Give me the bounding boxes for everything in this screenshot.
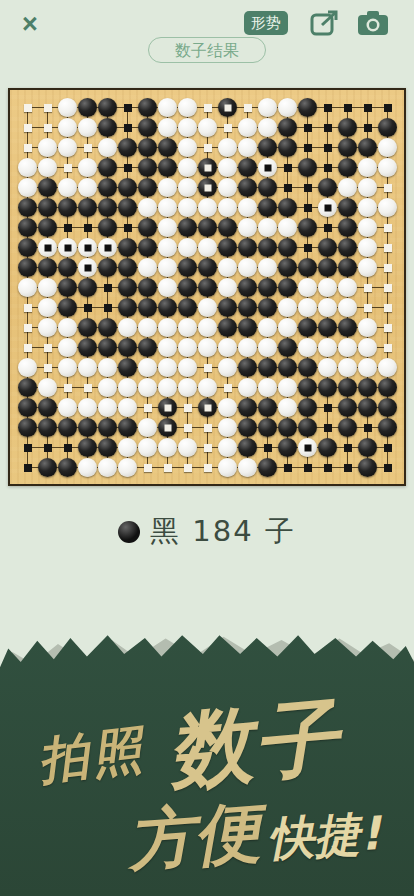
black-stone [238,398,257,417]
white-territory-marker [184,424,192,432]
black-stone [278,118,297,137]
white-stone [338,358,357,377]
white-territory-marker [64,164,72,172]
black-stone [98,98,117,117]
black-territory-marker [304,124,312,132]
white-territory-marker [204,444,212,452]
black-stone [318,178,337,197]
white-stone [178,238,197,257]
white-territory-marker [84,144,92,152]
white-stone [358,218,377,237]
black-stone [78,418,97,437]
white-territory-marker [64,384,72,392]
white-territory-marker [164,464,172,472]
white-stone [178,338,197,357]
black-stone [338,118,357,137]
white-stone [178,178,197,197]
black-stone [298,258,317,277]
black-stone [258,358,277,377]
black-stone [218,238,237,257]
white-stone [178,378,197,397]
white-stone [98,398,117,417]
black-stone [358,458,377,477]
white-stone [58,318,77,337]
white-stone [238,458,257,477]
white-stone [278,318,297,337]
black-stone [378,398,397,417]
white-stone [258,118,277,137]
black-stone [118,298,137,317]
black-stone [98,418,117,437]
black-territory-marker [44,444,52,452]
black-stone [378,418,397,437]
white-stone [158,98,177,117]
black-stone [358,398,377,417]
black-stone [198,218,217,237]
white-stone [78,398,97,417]
white-stone [358,178,377,197]
black-territory-marker [324,164,332,172]
black-stone [158,158,177,177]
white-stone [218,258,237,277]
black-stone [218,318,237,337]
white-stone [138,378,157,397]
white-stone [158,198,177,217]
white-stone [358,318,377,337]
black-stone [38,418,57,437]
white-stone [218,418,237,437]
white-stone [118,318,137,337]
white-stone [78,118,97,137]
black-stone [358,378,377,397]
black-territory-marker [324,464,332,472]
white-stone [378,138,397,157]
white-stone [358,358,377,377]
black-stone [118,138,137,157]
black-stone [238,158,257,177]
black-stone [58,298,77,317]
white-stone [238,118,257,137]
white-territory-marker [184,464,192,472]
white-territory-marker [84,384,92,392]
black-stone [378,378,397,397]
white-territory-marker [384,284,392,292]
white-territory-marker [204,104,212,112]
black-stone [138,338,157,357]
white-stone [58,98,77,117]
black-territory-marker [324,104,332,112]
promo-word-1: 拍照 [34,716,149,796]
black-stone [338,258,357,277]
black-territory-marker [104,304,112,312]
white-stone [158,238,177,257]
black-stone [58,278,77,297]
white-territory-marker [144,404,152,412]
white-stone [278,398,297,417]
black-stone [118,358,137,377]
white-stone [118,378,137,397]
black-stone [318,378,337,397]
black-territory-marker [344,104,352,112]
white-stone [258,338,277,357]
white-territory-marker [384,264,392,272]
white-stone [218,438,237,457]
white-stone [198,318,217,337]
black-stone [98,218,117,237]
black-stone [278,278,297,297]
white-territory-marker [224,384,232,392]
white-stone [58,338,77,357]
black-stone [238,178,257,197]
black-stone [318,258,337,277]
dead-stone-marker [164,424,171,431]
black-stone [98,438,117,457]
black-stone [178,298,197,317]
dead-stone-marker [264,164,271,171]
white-stone [158,218,177,237]
dead-stone-marker [204,404,211,411]
black-stone [78,338,97,357]
black-stone [278,258,297,277]
black-territory-marker [124,124,132,132]
black-stone [18,418,37,437]
white-territory-marker [24,304,32,312]
black-territory-marker [364,124,372,132]
black-stone [258,178,277,197]
black-stone [178,258,197,277]
white-stone [358,258,377,277]
white-stone [238,338,257,357]
white-stone [318,298,337,317]
white-stone-dead [78,258,97,277]
white-stone [218,138,237,157]
white-stone [218,358,237,377]
promo-word-3: 方便 [125,788,263,887]
white-territory-marker [44,344,52,352]
go-board[interactable] [8,88,406,486]
white-stone [178,358,197,377]
black-stone [298,218,317,237]
white-stone [38,138,57,157]
white-territory-marker [384,184,392,192]
black-stone [78,318,97,337]
white-stone [258,318,277,337]
black-stone [98,198,117,217]
white-stone [178,438,197,457]
black-stone [278,358,297,377]
black-stone [18,398,37,417]
white-territory-marker [384,304,392,312]
white-stone [278,218,297,237]
white-stone [358,238,377,257]
white-stone [298,338,317,357]
white-stone [138,258,157,277]
white-stone [378,198,397,217]
black-territory-marker [84,304,92,312]
white-stone [158,318,177,337]
white-stone [238,198,257,217]
white-stone [158,278,177,297]
camera-icon [356,8,390,38]
black-territory-marker [84,224,92,232]
black-stone [198,258,217,277]
black-stone [278,238,297,257]
black-stone [278,198,297,217]
white-stone [138,438,157,457]
black-stone [138,238,157,257]
black-stone [138,118,157,137]
white-stone [378,158,397,177]
black-territory-marker [284,164,292,172]
black-stone [178,278,197,297]
white-stone [118,458,137,477]
black-territory-marker [304,204,312,212]
black-stone [298,158,317,177]
white-territory-marker [384,344,392,352]
black-stone [58,418,77,437]
white-territory-marker [204,364,212,372]
black-territory-marker [364,104,372,112]
white-territory-marker [184,404,192,412]
black-stone [318,318,337,337]
white-stone [298,298,317,317]
black-stone [78,198,97,217]
black-territory-marker [264,444,272,452]
white-stone [98,138,117,157]
black-territory-marker [24,444,32,452]
black-stone [218,298,237,317]
white-stone [178,98,197,117]
black-stone [38,218,57,237]
black-stone [18,218,37,237]
black-stone [18,378,37,397]
black-stone-dead [198,398,217,417]
black-stone [98,178,117,197]
white-stone [258,258,277,277]
result-unit: 子 [265,514,296,548]
black-stone [238,318,257,337]
black-stone [338,378,357,397]
white-territory-marker [144,464,152,472]
result-text: 黑 184 子 [150,514,296,548]
black-stone [198,278,217,297]
white-stone [378,358,397,377]
white-stone [318,278,337,297]
white-stone [18,358,37,377]
white-stone-dead [258,158,277,177]
white-stone [158,338,177,357]
black-stone [118,238,137,257]
black-stone [238,438,257,457]
white-territory-marker [24,144,32,152]
white-stone-dead [318,198,337,217]
black-stone [258,418,277,437]
share-button[interactable] [308,8,342,38]
black-stone [298,358,317,377]
black-stone [38,458,57,477]
white-territory-marker [204,144,212,152]
counting-result-pill[interactable]: 数子结果 [148,37,266,63]
share-icon [308,8,342,38]
white-stone [118,438,137,457]
white-stone [98,378,117,397]
white-stone [338,338,357,357]
black-stone [358,438,377,457]
white-stone-dead [78,238,97,257]
white-stone [58,358,77,377]
black-territory-marker [324,224,332,232]
black-stone [98,318,117,337]
black-territory-marker [304,184,312,192]
situation-button[interactable]: 形势 [244,11,288,35]
white-stone [158,378,177,397]
black-stone [298,318,317,337]
white-stone [178,318,197,337]
black-stone [238,238,257,257]
black-stone [318,238,337,257]
white-stone-dead [98,238,117,257]
white-stone [218,338,237,357]
black-stone [38,178,57,197]
white-stone-dead [38,238,57,257]
white-territory-marker [204,424,212,432]
white-stone [98,458,117,477]
white-stone [178,118,197,137]
black-stone [278,418,297,437]
black-stone [298,398,317,417]
white-territory-marker [24,324,32,332]
white-stone [318,358,337,377]
promo-word-4: 快捷! [266,803,382,871]
white-stone [258,218,277,237]
white-stone [78,358,97,377]
white-stone [338,178,357,197]
black-territory-marker [124,164,132,172]
black-stone [38,398,57,417]
white-stone [278,98,297,117]
white-stone [358,338,377,357]
dead-stone-marker [84,264,91,271]
white-stone [58,398,77,417]
black-stone [258,238,277,257]
black-territory-marker [24,464,32,472]
black-stone [18,198,37,217]
black-stone [138,178,157,197]
black-stone [338,398,357,417]
white-stone [58,138,77,157]
black-stone [98,338,117,357]
black-stone [338,138,357,157]
black-stone [118,178,137,197]
white-stone [158,358,177,377]
black-stone-dead [198,158,217,177]
white-stone [38,158,57,177]
white-stone [218,458,237,477]
white-stone [218,178,237,197]
white-stone [38,278,57,297]
black-stone [138,98,157,117]
black-stone [338,318,357,337]
black-stone [338,158,357,177]
black-stone [298,378,317,397]
black-stone [58,198,77,217]
dead-stone-marker [224,104,231,111]
white-stone [58,178,77,197]
white-stone [98,358,117,377]
white-stone [358,158,377,177]
black-stone [98,258,117,277]
black-stone [18,238,37,257]
white-stone [198,118,217,137]
black-stone [138,298,157,317]
white-stone [78,458,97,477]
black-territory-marker [304,464,312,472]
black-stone [138,278,157,297]
white-territory-marker [44,364,52,372]
black-territory-marker [324,124,332,132]
white-stone [218,398,237,417]
white-stone [298,278,317,297]
white-territory-marker [364,304,372,312]
white-stone [38,318,57,337]
black-stone [258,298,277,317]
black-stone [158,138,177,157]
black-territory-marker [384,444,392,452]
black-stone [78,98,97,117]
black-stone [338,218,357,237]
white-stone [218,278,237,297]
white-stone [218,158,237,177]
white-stone [178,138,197,157]
black-stone [258,398,277,417]
black-territory-marker [64,444,72,452]
white-stone [198,378,217,397]
close-button[interactable]: × [16,10,44,38]
black-stone [118,338,137,357]
black-stone [338,418,357,437]
black-stone [58,458,77,477]
black-stone [118,418,137,437]
white-stone [138,418,157,437]
black-stone [358,138,377,157]
black-stone [298,418,317,437]
dead-stone-marker [104,244,111,251]
black-stone [118,278,137,297]
dead-stone-marker [324,204,331,211]
black-stone [58,258,77,277]
black-territory-marker [384,104,392,112]
black-stone [338,198,357,217]
white-stone [58,118,77,137]
white-stone [238,138,257,157]
black-stone [218,218,237,237]
black-stone [278,138,297,157]
white-territory-marker [24,344,32,352]
white-stone [218,198,237,217]
camera-button[interactable] [356,8,390,38]
black-stone [318,438,337,457]
white-stone [78,158,97,177]
white-stone [138,198,157,217]
white-stone [358,198,377,217]
white-stone [178,158,197,177]
white-territory-marker [44,104,52,112]
black-stone [378,118,397,137]
black-stone-dead [218,98,237,117]
black-stone [258,198,277,217]
black-stone [238,278,257,297]
white-stone [258,98,277,117]
